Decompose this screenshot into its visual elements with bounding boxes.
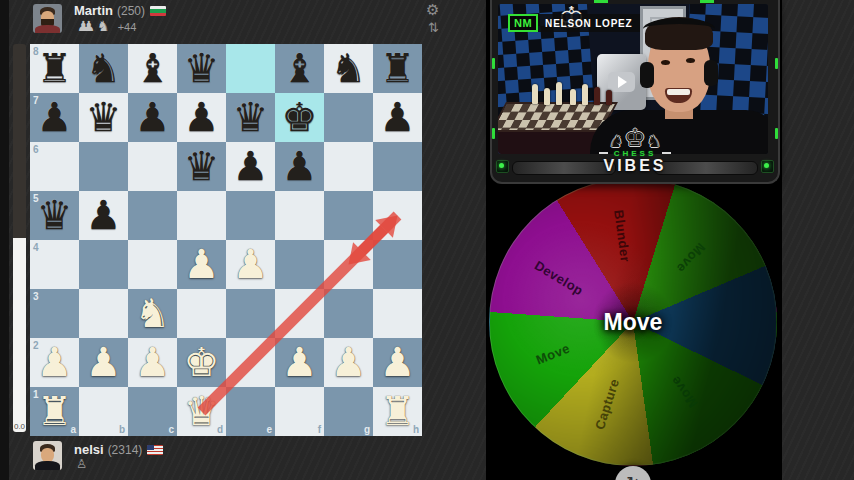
square-a6[interactable]: 6 [30, 142, 79, 191]
piece-black-rook[interactable]: ♜ [373, 44, 422, 93]
headphone-right [704, 60, 718, 86]
top-player-name[interactable]: Martin [74, 3, 113, 18]
bottom-captured-pieces: ♙ [76, 457, 87, 471]
square-b6[interactable] [79, 142, 128, 191]
frame-green-accent [700, 0, 714, 3]
piece-black-rook[interactable]: ♜ [30, 44, 79, 93]
square-e7[interactable]: ♛ [226, 93, 275, 142]
square-a4[interactable]: 4 [30, 240, 79, 289]
piece-black-queen[interactable]: ♛ [79, 93, 128, 142]
eval-bar-white-fill: 0.0 [13, 238, 26, 432]
move-wheel[interactable]: BlunderMoveMoveCaptureMoveDevelop Move [489, 178, 777, 466]
square-f1[interactable]: f [275, 387, 324, 436]
square-h2[interactable]: ♟ [373, 338, 422, 387]
piece-black-king[interactable]: ♚ [275, 93, 324, 142]
square-d5[interactable] [177, 191, 226, 240]
piece-white-pawn[interactable]: ♟ [226, 240, 275, 289]
top-captured-pieces: ♟♟♞+44 [77, 19, 136, 35]
square-f6[interactable]: ♟ [275, 142, 324, 191]
piece-white-pawn[interactable]: ♟ [373, 338, 422, 387]
chess-board[interactable]: 8♜♞♝♛♝♞♜7♟♛♟♟♛♚♟6♛♟♟5♛♟4♟♟3♞2♟♟♟♚♟♟♟1a♜b… [30, 44, 422, 436]
chess-piece-figurine [532, 84, 538, 104]
piece-black-bishop[interactable]: ♝ [275, 44, 324, 93]
square-h4[interactable] [373, 240, 422, 289]
piece-white-knight[interactable]: ♞ [128, 289, 177, 338]
square-b1[interactable]: b [79, 387, 128, 436]
square-g7[interactable] [324, 93, 373, 142]
avatar-face [41, 448, 54, 462]
square-e2[interactable] [226, 338, 275, 387]
square-h6[interactable] [373, 142, 422, 191]
square-g4[interactable] [324, 240, 373, 289]
piece-black-queen[interactable]: ♛ [226, 93, 275, 142]
streamer-eye [686, 58, 695, 63]
avatar-shirt [35, 461, 60, 470]
piece-black-pawn[interactable]: ♟ [30, 93, 79, 142]
square-d8[interactable]: ♛ [177, 44, 226, 93]
webcam-frame: ♔ [490, 0, 780, 184]
square-f3[interactable] [275, 289, 324, 338]
square-b4[interactable] [79, 240, 128, 289]
rank-label: 3 [33, 291, 39, 302]
square-e4[interactable]: ♟ [226, 240, 275, 289]
logo-text-vibes: VIBES [570, 158, 700, 174]
piece-black-knight[interactable]: ♞ [79, 44, 128, 93]
piece-white-rook[interactable]: ♜ [30, 387, 79, 436]
square-g8[interactable]: ♞ [324, 44, 373, 93]
chess-piece-figurine [544, 88, 550, 105]
play-button-icon [608, 72, 635, 92]
piece-white-pawn[interactable]: ♟ [324, 338, 373, 387]
piece-white-pawn[interactable]: ♟ [128, 338, 177, 387]
top-player-rating: (250) [117, 4, 145, 18]
piece-black-queen[interactable]: ♛ [177, 44, 226, 93]
streamer-name: NELSON LOPEZ [538, 14, 639, 32]
eval-bar: 0.0 [13, 44, 26, 432]
piece-black-pawn[interactable]: ♟ [128, 93, 177, 142]
square-e1[interactable]: e [226, 387, 275, 436]
square-b7[interactable]: ♛ [79, 93, 128, 142]
square-f7[interactable]: ♚ [275, 93, 324, 142]
file-label: e [266, 424, 272, 435]
square-c8[interactable]: ♝ [128, 44, 177, 93]
square-a7[interactable]: 7♟ [30, 93, 79, 142]
stream-screen: Martin(250) ♟♟♞+44 ⚙ ⇅ 0.0 8♜♞♝♛♝♞♜7♟♛♟♟… [0, 0, 854, 480]
square-f2[interactable]: ♟ [275, 338, 324, 387]
green-indicator-left [496, 160, 509, 173]
eval-score: 0.0 [13, 422, 26, 431]
square-b3[interactable] [79, 289, 128, 338]
square-g1[interactable]: g [324, 387, 373, 436]
title-badge: NM [508, 14, 538, 32]
chess-piece-figurine [606, 90, 612, 105]
headphone-left [640, 62, 654, 88]
left-edge-strip [0, 0, 9, 480]
frame-green-tick [775, 128, 778, 139]
piece-black-pawn[interactable]: ♟ [177, 93, 226, 142]
material-score: +44 [118, 21, 137, 33]
piece-black-knight[interactable]: ♞ [324, 44, 373, 93]
square-g5[interactable] [324, 191, 373, 240]
square-b8[interactable]: ♞ [79, 44, 128, 93]
piece-white-pawn[interactable]: ♟ [79, 338, 128, 387]
captured-knight-icon: ♞ [97, 18, 110, 34]
square-d4[interactable]: ♟ [177, 240, 226, 289]
piece-white-pawn[interactable]: ♟ [275, 338, 324, 387]
avatar-bottom-player[interactable] [33, 441, 62, 470]
frame-green-tick [492, 128, 495, 139]
bottom-player-info: nelsi(2314) [74, 442, 163, 457]
square-h5[interactable] [373, 191, 422, 240]
piece-black-pawn[interactable]: ♟ [373, 93, 422, 142]
square-d1[interactable]: d♛ [177, 387, 226, 436]
square-c4[interactable] [128, 240, 177, 289]
piece-black-pawn[interactable]: ♟ [226, 142, 275, 191]
piece-white-king[interactable]: ♚ [177, 338, 226, 387]
headphones-band [643, 18, 715, 40]
file-label: f [318, 424, 321, 435]
rank-label: 4 [33, 242, 39, 253]
wheel-result-label: Move [604, 309, 663, 336]
square-a3[interactable]: 3 [30, 289, 79, 338]
chess-piece-figurine [594, 87, 600, 105]
square-c1[interactable]: c [128, 387, 177, 436]
square-d2[interactable]: ♚ [177, 338, 226, 387]
square-g3[interactable] [324, 289, 373, 338]
frame-green-tick [775, 58, 778, 69]
play-triangle-icon [618, 76, 627, 88]
file-label: g [364, 424, 370, 435]
square-g2[interactable]: ♟ [324, 338, 373, 387]
top-player-info: Martin(250) [74, 3, 166, 18]
square-c7[interactable]: ♟ [128, 93, 177, 142]
settings-gear-icon[interactable]: ⚙ [426, 1, 439, 19]
streamer-badge: NM NELSON LOPEZ [508, 14, 640, 32]
square-b2[interactable]: ♟ [79, 338, 128, 387]
square-a5[interactable]: 5♛ [30, 191, 79, 240]
square-c6[interactable] [128, 142, 177, 191]
piece-white-pawn[interactable]: ♟ [177, 240, 226, 289]
piece-black-pawn[interactable]: ♟ [79, 191, 128, 240]
square-f8[interactable]: ♝ [275, 44, 324, 93]
captured-pawns-icon: ♟♟ [77, 18, 88, 34]
frame-green-accent [594, 0, 608, 3]
square-c5[interactable] [128, 191, 177, 240]
square-h1[interactable]: h♜ [373, 387, 422, 436]
square-h3[interactable] [373, 289, 422, 338]
square-e5[interactable] [226, 191, 275, 240]
square-f5[interactable] [275, 191, 324, 240]
square-a1[interactable]: 1a♜ [30, 387, 79, 436]
file-label: b [119, 424, 125, 435]
chess-piece-figurine [556, 82, 562, 105]
avatar-top-player[interactable] [33, 4, 62, 33]
avatar-shirt [35, 25, 60, 33]
square-e6[interactable]: ♟ [226, 142, 275, 191]
piece-black-bishop[interactable]: ♝ [128, 44, 177, 93]
square-d6[interactable]: ♛ [177, 142, 226, 191]
piece-white-rook[interactable]: ♜ [373, 387, 422, 436]
chess-vibes-logo: ♞♚♞ CHESS VIBES [570, 126, 700, 174]
square-e8[interactable] [226, 44, 275, 93]
square-f4[interactable] [275, 240, 324, 289]
flag-usa [147, 445, 163, 455]
square-a2[interactable]: 2♟ [30, 338, 79, 387]
streamer-eye [661, 60, 670, 65]
square-d3[interactable] [177, 289, 226, 338]
logo-emblem: ♞♚♞ [570, 126, 700, 150]
bottom-player-rating: (2314) [108, 443, 143, 457]
chess-piece-figurine [570, 89, 576, 105]
flip-board-icon[interactable]: ⇅ [428, 20, 439, 35]
square-c3[interactable]: ♞ [128, 289, 177, 338]
square-g6[interactable] [324, 142, 373, 191]
green-indicator-right [761, 160, 774, 173]
square-b5[interactable]: ♟ [79, 191, 128, 240]
piece-white-pawn[interactable]: ♟ [30, 338, 79, 387]
square-e3[interactable] [226, 289, 275, 338]
king-icon: ♚ [624, 126, 646, 150]
piece-black-queen[interactable]: ♛ [30, 191, 79, 240]
square-h7[interactable]: ♟ [373, 93, 422, 142]
file-label: c [168, 424, 174, 435]
chess-piece-figurine [582, 84, 588, 105]
square-d7[interactable]: ♟ [177, 93, 226, 142]
square-h8[interactable]: ♜ [373, 44, 422, 93]
piece-white-queen[interactable]: ♛ [177, 387, 226, 436]
square-c2[interactable]: ♟ [128, 338, 177, 387]
rank-label: 6 [33, 144, 39, 155]
flag-bulgaria [150, 6, 166, 16]
knight-icon: ♞ [609, 134, 623, 150]
bottom-player-name[interactable]: nelsi [74, 442, 104, 457]
streamer-teeth [667, 89, 690, 95]
piece-black-queen[interactable]: ♛ [177, 142, 226, 191]
square-a8[interactable]: 8♜ [30, 44, 79, 93]
knight-icon: ♞ [647, 134, 661, 150]
frame-green-tick [492, 58, 495, 69]
piece-black-pawn[interactable]: ♟ [275, 142, 324, 191]
